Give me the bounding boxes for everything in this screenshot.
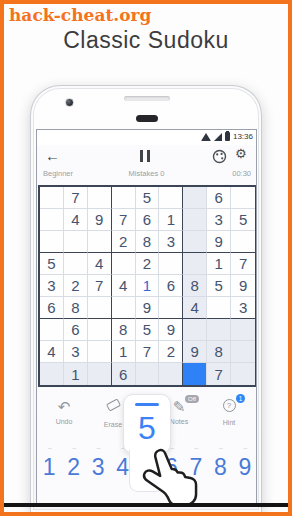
- page-title: Classic Sudoku: [4, 27, 288, 54]
- grid-cell[interactable]: 2: [112, 231, 136, 253]
- grid-cell[interactable]: [88, 341, 112, 363]
- numpad-remaining-dots: ····: [233, 444, 257, 452]
- grid-cell[interactable]: 6: [112, 363, 136, 385]
- numpad-digit: 8: [208, 452, 232, 482]
- battery-icon: [225, 132, 230, 141]
- grid-cell[interactable]: [183, 187, 207, 209]
- numpad-remaining-dots: ····: [208, 444, 232, 452]
- speaker-slot: [124, 96, 170, 101]
- grid-cell[interactable]: 9: [136, 297, 160, 319]
- grid-cell[interactable]: 3: [231, 297, 255, 319]
- undo-button[interactable]: ↶ Undo: [42, 398, 86, 425]
- grid-cell[interactable]: [207, 297, 231, 319]
- grid-cell[interactable]: 5: [40, 253, 64, 275]
- grid-cell[interactable]: 1: [159, 209, 183, 231]
- numpad-key-2[interactable]: ····2: [61, 444, 85, 492]
- grid-cell[interactable]: [183, 231, 207, 253]
- grid-cell[interactable]: [40, 187, 64, 209]
- grid-cell[interactable]: [183, 319, 207, 341]
- grid-cell[interactable]: [88, 297, 112, 319]
- numpad-remaining-dots: ····: [37, 444, 61, 452]
- grid-cell[interactable]: 8: [207, 341, 231, 363]
- grid-cell[interactable]: 6: [64, 319, 88, 341]
- grid-cell[interactable]: [40, 319, 64, 341]
- numpad-key-8[interactable]: ····8: [208, 444, 232, 492]
- grid-cell[interactable]: 4: [64, 209, 88, 231]
- screenshot-root: hack-cheat.org Classic Sudoku 13:36 ←: [0, 0, 292, 516]
- numpad-key-9[interactable]: ····9: [233, 444, 257, 492]
- grid-cell[interactable]: 5: [136, 187, 160, 209]
- grid-cell[interactable]: 6: [207, 187, 231, 209]
- grid-cell[interactable]: [159, 253, 183, 275]
- grid-cell[interactable]: 1: [207, 253, 231, 275]
- grid-cell[interactable]: [64, 231, 88, 253]
- game-timer: 00:30: [232, 169, 251, 178]
- grid-cell[interactable]: 9: [183, 341, 207, 363]
- grid-cell[interactable]: [40, 209, 64, 231]
- hint-bulb-icon: ?: [207, 399, 251, 416]
- grid-cell[interactable]: [112, 187, 136, 209]
- grid-cell[interactable]: [112, 297, 136, 319]
- grid-cell[interactable]: [88, 363, 112, 385]
- grid-cell[interactable]: 7: [207, 363, 231, 385]
- numpad-remaining-dots: ····: [61, 444, 85, 452]
- grid-cell[interactable]: 9: [207, 231, 231, 253]
- hand-cursor-icon: [137, 446, 199, 505]
- grid-cell[interactable]: [64, 253, 88, 275]
- grid-cell[interactable]: 8: [183, 275, 207, 297]
- grid-cell[interactable]: 1: [112, 341, 136, 363]
- grid-cell[interactable]: 9: [159, 319, 183, 341]
- grid-cell[interactable]: 6: [40, 297, 64, 319]
- hint-button[interactable]: 1 ? Hint: [207, 398, 251, 426]
- numpad-digit: 1: [37, 452, 61, 482]
- numpad-digit: 3: [86, 452, 110, 482]
- numpad-digit: 9: [233, 452, 257, 482]
- status-bar: 13:36: [37, 130, 256, 145]
- hint-count-badge: 1: [236, 394, 245, 403]
- grid-cell[interactable]: 7: [231, 253, 255, 275]
- grid-cell[interactable]: [159, 363, 183, 385]
- numpad-digit: 2: [61, 452, 85, 482]
- grid-cell[interactable]: 3: [207, 209, 231, 231]
- earpiece-icon: [136, 115, 158, 122]
- grid-cell[interactable]: 4: [183, 297, 207, 319]
- phone-mockup: 13:36 ← ⚙ Beginner Mistakes 0 00:30: [30, 85, 262, 512]
- grid-cell[interactable]: 3: [159, 231, 183, 253]
- grid-cell[interactable]: [231, 231, 255, 253]
- grid-cell[interactable]: [40, 231, 64, 253]
- sudoku-grid: 7564976135283954217327416859689436859431…: [38, 185, 257, 387]
- settings-gear-icon[interactable]: ⚙: [235, 147, 247, 160]
- grid-cell[interactable]: 3: [40, 275, 64, 297]
- popup-number: 5: [124, 406, 170, 450]
- pause-button[interactable]: [140, 150, 150, 162]
- grid-cell[interactable]: 4: [112, 275, 136, 297]
- grid-cell[interactable]: 1: [136, 275, 160, 297]
- back-button[interactable]: ←: [45, 148, 60, 163]
- palette-icon[interactable]: [212, 149, 227, 164]
- grid-cell[interactable]: 9: [231, 275, 255, 297]
- grid-cell[interactable]: [231, 319, 255, 341]
- grid-cell[interactable]: 7: [64, 187, 88, 209]
- notes-off-badge: Off: [185, 395, 199, 403]
- grid-cell[interactable]: 8: [136, 231, 160, 253]
- grid-cell[interactable]: [136, 363, 160, 385]
- grid-cell[interactable]: 8: [64, 297, 88, 319]
- status-time: 13:36: [233, 132, 253, 141]
- grid-cell[interactable]: 7: [88, 275, 112, 297]
- grid-cell[interactable]: [231, 341, 255, 363]
- grid-cell[interactable]: 5: [207, 275, 231, 297]
- grid-cell[interactable]: [112, 253, 136, 275]
- grid-cell[interactable]: [40, 363, 64, 385]
- grid-cell[interactable]: 2: [159, 341, 183, 363]
- grid-cell[interactable]: [231, 187, 255, 209]
- grid-cell[interactable]: [183, 253, 207, 275]
- grid-cell[interactable]: 1: [64, 363, 88, 385]
- signal-icon: [214, 133, 222, 141]
- grid-cell[interactable]: [159, 297, 183, 319]
- grid-cell[interactable]: 8: [112, 319, 136, 341]
- undo-icon: ↶: [42, 398, 86, 415]
- grid-cell[interactable]: [88, 231, 112, 253]
- grid-cell[interactable]: 6: [136, 209, 160, 231]
- numpad-remaining-dots: ····: [86, 444, 110, 452]
- grid-cell[interactable]: 2: [136, 253, 160, 275]
- grid-cell[interactable]: [231, 363, 255, 385]
- grid-cell[interactable]: 7: [136, 341, 160, 363]
- grid-cell[interactable]: 4: [40, 341, 64, 363]
- numpad-key-3[interactable]: ····3: [86, 444, 110, 492]
- phone-screen: 13:36 ← ⚙ Beginner Mistakes 0 00:30: [36, 129, 257, 505]
- grid-cell[interactable]: [207, 319, 231, 341]
- grid-cell[interactable]: 2: [64, 275, 88, 297]
- grid-cell[interactable]: [183, 363, 207, 385]
- numpad-key-1[interactable]: ····1: [37, 444, 61, 492]
- grid-cell[interactable]: 5: [136, 319, 160, 341]
- grid-cell[interactable]: 5: [231, 209, 255, 231]
- grid-cell[interactable]: [88, 187, 112, 209]
- grid-cell[interactable]: [159, 187, 183, 209]
- grid-cell[interactable]: 3: [64, 341, 88, 363]
- grid-cell[interactable]: 7: [112, 209, 136, 231]
- grid-cell[interactable]: [183, 209, 207, 231]
- grid-cell[interactable]: [88, 319, 112, 341]
- watermark-text: hack-cheat.org: [9, 5, 151, 25]
- mistakes-counter: Mistakes 0: [37, 169, 256, 178]
- camera-icon: [65, 98, 74, 107]
- grid-cell[interactable]: 6: [159, 275, 183, 297]
- grid-cell[interactable]: 4: [88, 253, 112, 275]
- bottom-divider: [4, 503, 288, 507]
- grid-cell[interactable]: 9: [88, 209, 112, 231]
- wifi-icon: [201, 133, 211, 141]
